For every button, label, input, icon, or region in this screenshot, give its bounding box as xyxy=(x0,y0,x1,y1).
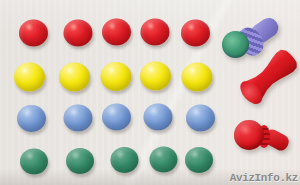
grid-cell xyxy=(93,12,135,54)
pawn-blue xyxy=(144,104,173,131)
photo-game-pawns: AvizInfo.kz xyxy=(0,0,300,185)
pawn-yellow xyxy=(181,62,212,91)
pawn-yellow xyxy=(140,61,171,90)
grid-cell xyxy=(93,95,135,137)
grid-cell xyxy=(10,95,52,137)
grid-cell xyxy=(176,137,218,179)
grid-cell xyxy=(52,12,94,54)
grid-cell xyxy=(93,137,135,179)
pawn-red xyxy=(19,20,48,47)
grid-cell xyxy=(93,54,135,96)
pawn-grid xyxy=(10,12,218,178)
grid-cell xyxy=(135,95,177,137)
watermark: AvizInfo.kz xyxy=(230,172,298,184)
grid-cell xyxy=(10,12,52,54)
pawn-red-stamper xyxy=(234,112,292,156)
grid-cell xyxy=(135,12,177,54)
pawn-red xyxy=(63,20,92,47)
grid-cell xyxy=(10,54,52,96)
pawn-blue xyxy=(17,105,46,132)
grid-cell xyxy=(176,54,218,96)
pawn-red-hourglass-inner xyxy=(237,46,300,108)
pawn-green xyxy=(185,147,213,173)
pawn-yellow xyxy=(59,62,90,91)
pawn-green xyxy=(66,148,94,174)
pawn-blue xyxy=(186,105,215,132)
pawn-red xyxy=(181,20,210,47)
pawn-red xyxy=(141,19,170,46)
pawn-red xyxy=(102,19,131,46)
stamper-head xyxy=(234,120,264,150)
grid-cell xyxy=(135,137,177,179)
pawn-blue xyxy=(102,104,131,131)
grid-cell xyxy=(10,137,52,179)
pawn-green xyxy=(20,149,48,175)
grid-cell xyxy=(52,54,94,96)
pawn-green xyxy=(110,147,138,173)
pawn-yellow xyxy=(101,62,132,91)
grid-cell xyxy=(52,95,94,137)
pawn-green xyxy=(149,147,177,173)
grid-cell xyxy=(52,137,94,179)
grid-cell xyxy=(176,12,218,54)
pawn-blue xyxy=(63,105,92,132)
pawn-yellow xyxy=(14,62,45,91)
pawn-red-hourglass xyxy=(232,48,296,106)
grid-cell xyxy=(135,54,177,96)
grid-cell xyxy=(176,95,218,137)
